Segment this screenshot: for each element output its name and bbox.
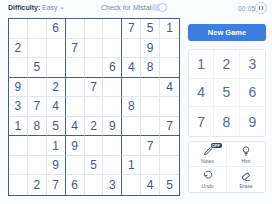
difficulty-label: Difficulty: [8, 4, 40, 11]
pause-button[interactable] [255, 2, 267, 14]
cell-r6c3[interactable]: 5 [47, 117, 66, 137]
cell-r2c7[interactable] [122, 39, 141, 59]
cell-r7c7[interactable] [122, 136, 141, 156]
cell-r4c3[interactable]: 2 [47, 78, 66, 98]
cell-r3c3[interactable] [47, 58, 66, 78]
cell-r9c4[interactable]: 6 [66, 175, 85, 195]
cell-r2c3[interactable] [47, 39, 66, 59]
cell-r4c7[interactable] [122, 78, 141, 98]
cell-r2c5[interactable] [85, 39, 104, 59]
cell-r3c5[interactable] [85, 58, 104, 78]
toggle-knob[interactable] [158, 3, 167, 12]
numpad-4[interactable]: 4 [189, 79, 214, 108]
numpad-6[interactable]: 6 [240, 79, 265, 108]
cell-r7c9[interactable] [160, 136, 179, 156]
cell-r4c9[interactable]: 4 [160, 78, 179, 98]
numpad-9[interactable]: 9 [240, 107, 265, 136]
cell-r4c2[interactable] [28, 78, 47, 98]
cell-r2c6[interactable] [103, 39, 122, 59]
cell-r7c3[interactable]: 1 [47, 136, 66, 156]
cell-r6c2[interactable]: 8 [28, 117, 47, 137]
cell-r8c1[interactable] [9, 156, 28, 176]
eraser-icon [240, 170, 252, 182]
numpad-2[interactable]: 2 [214, 50, 239, 79]
cell-r1c9[interactable]: 1 [160, 19, 179, 39]
numpad-7[interactable]: 7 [189, 107, 214, 136]
cell-r1c3[interactable]: 6 [47, 19, 66, 39]
cell-r1c2[interactable] [28, 19, 47, 39]
cell-r5c6[interactable] [103, 97, 122, 117]
cell-r1c6[interactable] [103, 19, 122, 39]
check-for-mistakes-toggle[interactable] [151, 4, 163, 11]
cell-r5c4[interactable] [66, 97, 85, 117]
cell-r3c9[interactable] [160, 58, 179, 78]
cell-r8c2[interactable] [28, 156, 47, 176]
tools-panel: OFFNotesHintUndoErase [188, 141, 266, 193]
timer: 00:05 [238, 5, 255, 12]
cell-r5c9[interactable] [160, 97, 179, 117]
hint-button[interactable]: Hint [227, 142, 265, 167]
cell-r1c1[interactable] [9, 19, 28, 39]
cell-r2c8[interactable]: 9 [141, 39, 160, 59]
tool-label: Erase [239, 183, 252, 189]
cell-r7c2[interactable] [28, 136, 47, 156]
cell-r4c1[interactable]: 9 [9, 78, 28, 98]
cell-r2c4[interactable]: 7 [66, 39, 85, 59]
difficulty-value[interactable]: Easy [42, 4, 58, 11]
cell-r3c6[interactable]: 6 [103, 58, 122, 78]
chevron-down-icon[interactable]: ⌄ [59, 3, 65, 11]
tool-label: Notes [201, 158, 214, 164]
numpad-1[interactable]: 1 [189, 50, 214, 79]
cell-r3c2[interactable]: 5 [28, 58, 47, 78]
cell-r6c9[interactable]: 7 [160, 117, 179, 137]
cell-r7c5[interactable] [85, 136, 104, 156]
cell-r4c5[interactable]: 7 [85, 78, 104, 98]
cell-r6c5[interactable]: 2 [85, 117, 104, 137]
undo-button[interactable]: Undo [189, 167, 227, 192]
cell-r3c8[interactable]: 8 [141, 58, 160, 78]
numpad-3[interactable]: 3 [240, 50, 265, 79]
cell-r7c8[interactable]: 7 [141, 136, 160, 156]
cell-r5c1[interactable]: 3 [9, 97, 28, 117]
lightbulb-icon [240, 145, 252, 157]
pause-icon [262, 6, 263, 10]
cell-r3c1[interactable] [9, 58, 28, 78]
cell-r3c4[interactable] [66, 58, 85, 78]
cell-r5c3[interactable]: 4 [47, 97, 66, 117]
undo-arrow-icon [202, 170, 214, 182]
sudoku-app: Difficulty: Easy ⌄ Check for Mistakes 00… [0, 0, 272, 204]
cell-r2c9[interactable] [160, 39, 179, 59]
cell-r3c7[interactable]: 4 [122, 58, 141, 78]
cell-r5c7[interactable]: 8 [122, 97, 141, 117]
cell-r4c6[interactable] [103, 78, 122, 98]
cell-r7c4[interactable]: 9 [66, 136, 85, 156]
cell-r5c8[interactable] [141, 97, 160, 117]
cell-r1c5[interactable] [85, 19, 104, 39]
cell-r8c8[interactable] [141, 156, 160, 176]
cell-r8c3[interactable]: 9 [47, 156, 66, 176]
cell-r1c8[interactable]: 5 [141, 19, 160, 39]
numpad-5[interactable]: 5 [214, 79, 239, 108]
erase-button[interactable]: Erase [227, 167, 265, 192]
numpad-8[interactable]: 8 [214, 107, 239, 136]
cell-r8c6[interactable] [103, 156, 122, 176]
cell-r8c4[interactable] [66, 156, 85, 176]
cell-r8c9[interactable] [160, 156, 179, 176]
cell-r2c1[interactable]: 2 [9, 39, 28, 59]
cell-r1c7[interactable]: 7 [122, 19, 141, 39]
cell-r9c7[interactable] [122, 175, 141, 195]
cell-r7c6[interactable] [103, 136, 122, 156]
tool-label: Undo [202, 183, 214, 189]
cell-r6c4[interactable]: 4 [66, 117, 85, 137]
cell-r9c1[interactable] [9, 175, 28, 195]
cell-r6c8[interactable] [141, 117, 160, 137]
cell-r8c7[interactable]: 1 [122, 156, 141, 176]
cell-r9c6[interactable]: 3 [103, 175, 122, 195]
cell-r5c5[interactable] [85, 97, 104, 117]
cell-r9c8[interactable]: 4 [141, 175, 160, 195]
cell-r9c5[interactable] [85, 175, 104, 195]
sudoku-board: 67512795648927437481854297197951276345 [8, 18, 180, 196]
cell-r2c2[interactable] [28, 39, 47, 59]
cell-r6c7[interactable] [122, 117, 141, 137]
numpad: 123456789 [188, 49, 266, 137]
pencil-icon: OFF [202, 145, 214, 157]
cell-r5c2[interactable]: 7 [28, 97, 47, 117]
pause-icon [259, 6, 260, 10]
cell-r4c4[interactable] [66, 78, 85, 98]
cell-r6c6[interactable]: 9 [103, 117, 122, 137]
tool-label: Hint [242, 158, 251, 164]
cell-r7c1[interactable] [9, 136, 28, 156]
cell-r1c4[interactable] [66, 19, 85, 39]
notes-off-badge: OFF [211, 143, 222, 148]
cell-r9c3[interactable]: 7 [47, 175, 66, 195]
cell-r9c2[interactable]: 2 [28, 175, 47, 195]
cell-r4c8[interactable] [141, 78, 160, 98]
cell-r8c5[interactable]: 5 [85, 156, 104, 176]
new-game-button[interactable]: New Game [188, 24, 266, 41]
cell-r6c1[interactable]: 1 [9, 117, 28, 137]
cell-r9c9[interactable]: 5 [160, 175, 179, 195]
notes-button[interactable]: OFFNotes [189, 142, 227, 167]
